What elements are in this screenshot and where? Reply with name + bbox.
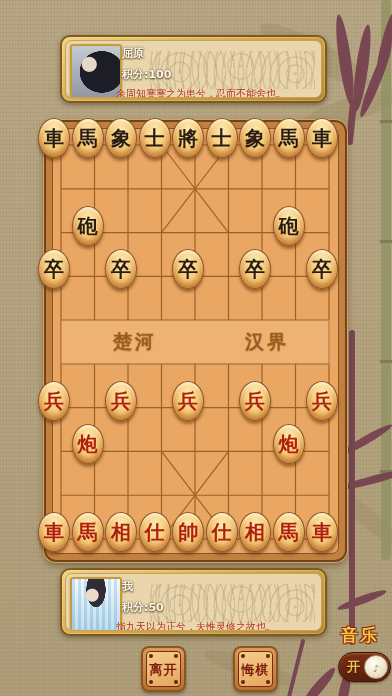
piece-red-兵[interactable]: 兵 bbox=[172, 381, 204, 421]
piece-red-兵[interactable]: 兵 bbox=[239, 381, 271, 421]
piece-red-帥[interactable]: 帥 bbox=[172, 512, 204, 552]
music-state-label: 开 bbox=[347, 658, 360, 676]
piece-red-兵[interactable]: 兵 bbox=[105, 381, 137, 421]
leave-button-label: 离开 bbox=[146, 651, 181, 687]
scroll-ornament bbox=[150, 584, 315, 622]
piece-black-士[interactable]: 士 bbox=[139, 118, 171, 158]
piece-black-砲[interactable]: 砲 bbox=[273, 206, 305, 246]
bottom-player-card: 我 积分:50 指九天以为正兮，夫惟灵修之故也。 bbox=[60, 568, 327, 636]
music-label: 音乐 bbox=[341, 624, 379, 647]
top-player-quote: 余固知謇謇之为患兮，忍而不能舍也。 bbox=[116, 87, 286, 98]
piece-red-兵[interactable]: 兵 bbox=[306, 381, 338, 421]
piece-black-卒[interactable]: 卒 bbox=[172, 249, 204, 289]
piece-black-象[interactable]: 象 bbox=[105, 118, 137, 158]
pieces-layer: 車馬象士將士象馬車砲砲卒卒卒卒卒兵兵兵兵兵炮炮車馬相仕帥仕相馬車 bbox=[37, 116, 339, 554]
piece-black-將[interactable]: 將 bbox=[172, 118, 204, 158]
piece-black-車[interactable]: 車 bbox=[306, 118, 338, 158]
piece-black-卒[interactable]: 卒 bbox=[38, 249, 70, 289]
bottom-card-parchment: 我 积分:50 指九天以为正兮，夫惟灵修之故也。 bbox=[65, 573, 322, 631]
scroll-ornament bbox=[150, 51, 315, 89]
piece-red-車[interactable]: 車 bbox=[306, 512, 338, 552]
top-card-parchment: 屈原 积分:100 余固知謇謇之为患兮，忍而不能舍也。 bbox=[65, 40, 322, 98]
piece-black-馬[interactable]: 馬 bbox=[273, 118, 305, 158]
piece-black-砲[interactable]: 砲 bbox=[72, 206, 104, 246]
piece-red-馬[interactable]: 馬 bbox=[273, 512, 305, 552]
undo-button[interactable]: 悔棋 bbox=[233, 646, 278, 692]
top-player-card: 屈原 积分:100 余固知謇謇之为患兮，忍而不能舍也。 bbox=[60, 35, 327, 103]
toggle-knob: ♪ bbox=[364, 655, 388, 679]
music-note-icon: ♪ bbox=[373, 663, 379, 674]
piece-red-相[interactable]: 相 bbox=[105, 512, 137, 552]
piece-red-仕[interactable]: 仕 bbox=[206, 512, 238, 552]
game-screen: 屈原 积分:100 余固知謇謇之为患兮，忍而不能舍也。 楚河 汉界 車馬象士將士… bbox=[0, 0, 392, 696]
piece-black-士[interactable]: 士 bbox=[206, 118, 238, 158]
undo-button-label: 悔棋 bbox=[238, 651, 273, 687]
leave-button[interactable]: 离开 bbox=[141, 646, 186, 692]
piece-black-象[interactable]: 象 bbox=[239, 118, 271, 158]
piece-red-炮[interactable]: 炮 bbox=[72, 424, 104, 464]
piece-red-仕[interactable]: 仕 bbox=[139, 512, 171, 552]
piece-black-馬[interactable]: 馬 bbox=[72, 118, 104, 158]
bottom-player-quote: 指九天以为正兮，夫惟灵修之故也。 bbox=[116, 620, 276, 631]
piece-red-炮[interactable]: 炮 bbox=[273, 424, 305, 464]
top-player-name: 屈原 bbox=[122, 46, 144, 61]
bottom-player-avatar bbox=[70, 577, 122, 631]
piece-black-車[interactable]: 車 bbox=[38, 118, 70, 158]
piece-red-馬[interactable]: 馬 bbox=[72, 512, 104, 552]
piece-black-卒[interactable]: 卒 bbox=[306, 249, 338, 289]
top-player-score: 积分:100 bbox=[122, 67, 171, 82]
bottom-player-score: 积分:50 bbox=[122, 600, 164, 615]
piece-black-卒[interactable]: 卒 bbox=[239, 249, 271, 289]
music-toggle[interactable]: 开 ♪ bbox=[338, 652, 391, 682]
piece-red-兵[interactable]: 兵 bbox=[38, 381, 70, 421]
xiangqi-board[interactable]: 楚河 汉界 車馬象士將士象馬車砲砲卒卒卒卒卒兵兵兵兵兵炮炮車馬相仕帥仕相馬車 bbox=[44, 120, 347, 562]
top-player-avatar bbox=[70, 44, 122, 98]
piece-red-車[interactable]: 車 bbox=[38, 512, 70, 552]
piece-black-卒[interactable]: 卒 bbox=[105, 249, 137, 289]
piece-red-相[interactable]: 相 bbox=[239, 512, 271, 552]
bottom-player-name: 我 bbox=[122, 579, 133, 594]
